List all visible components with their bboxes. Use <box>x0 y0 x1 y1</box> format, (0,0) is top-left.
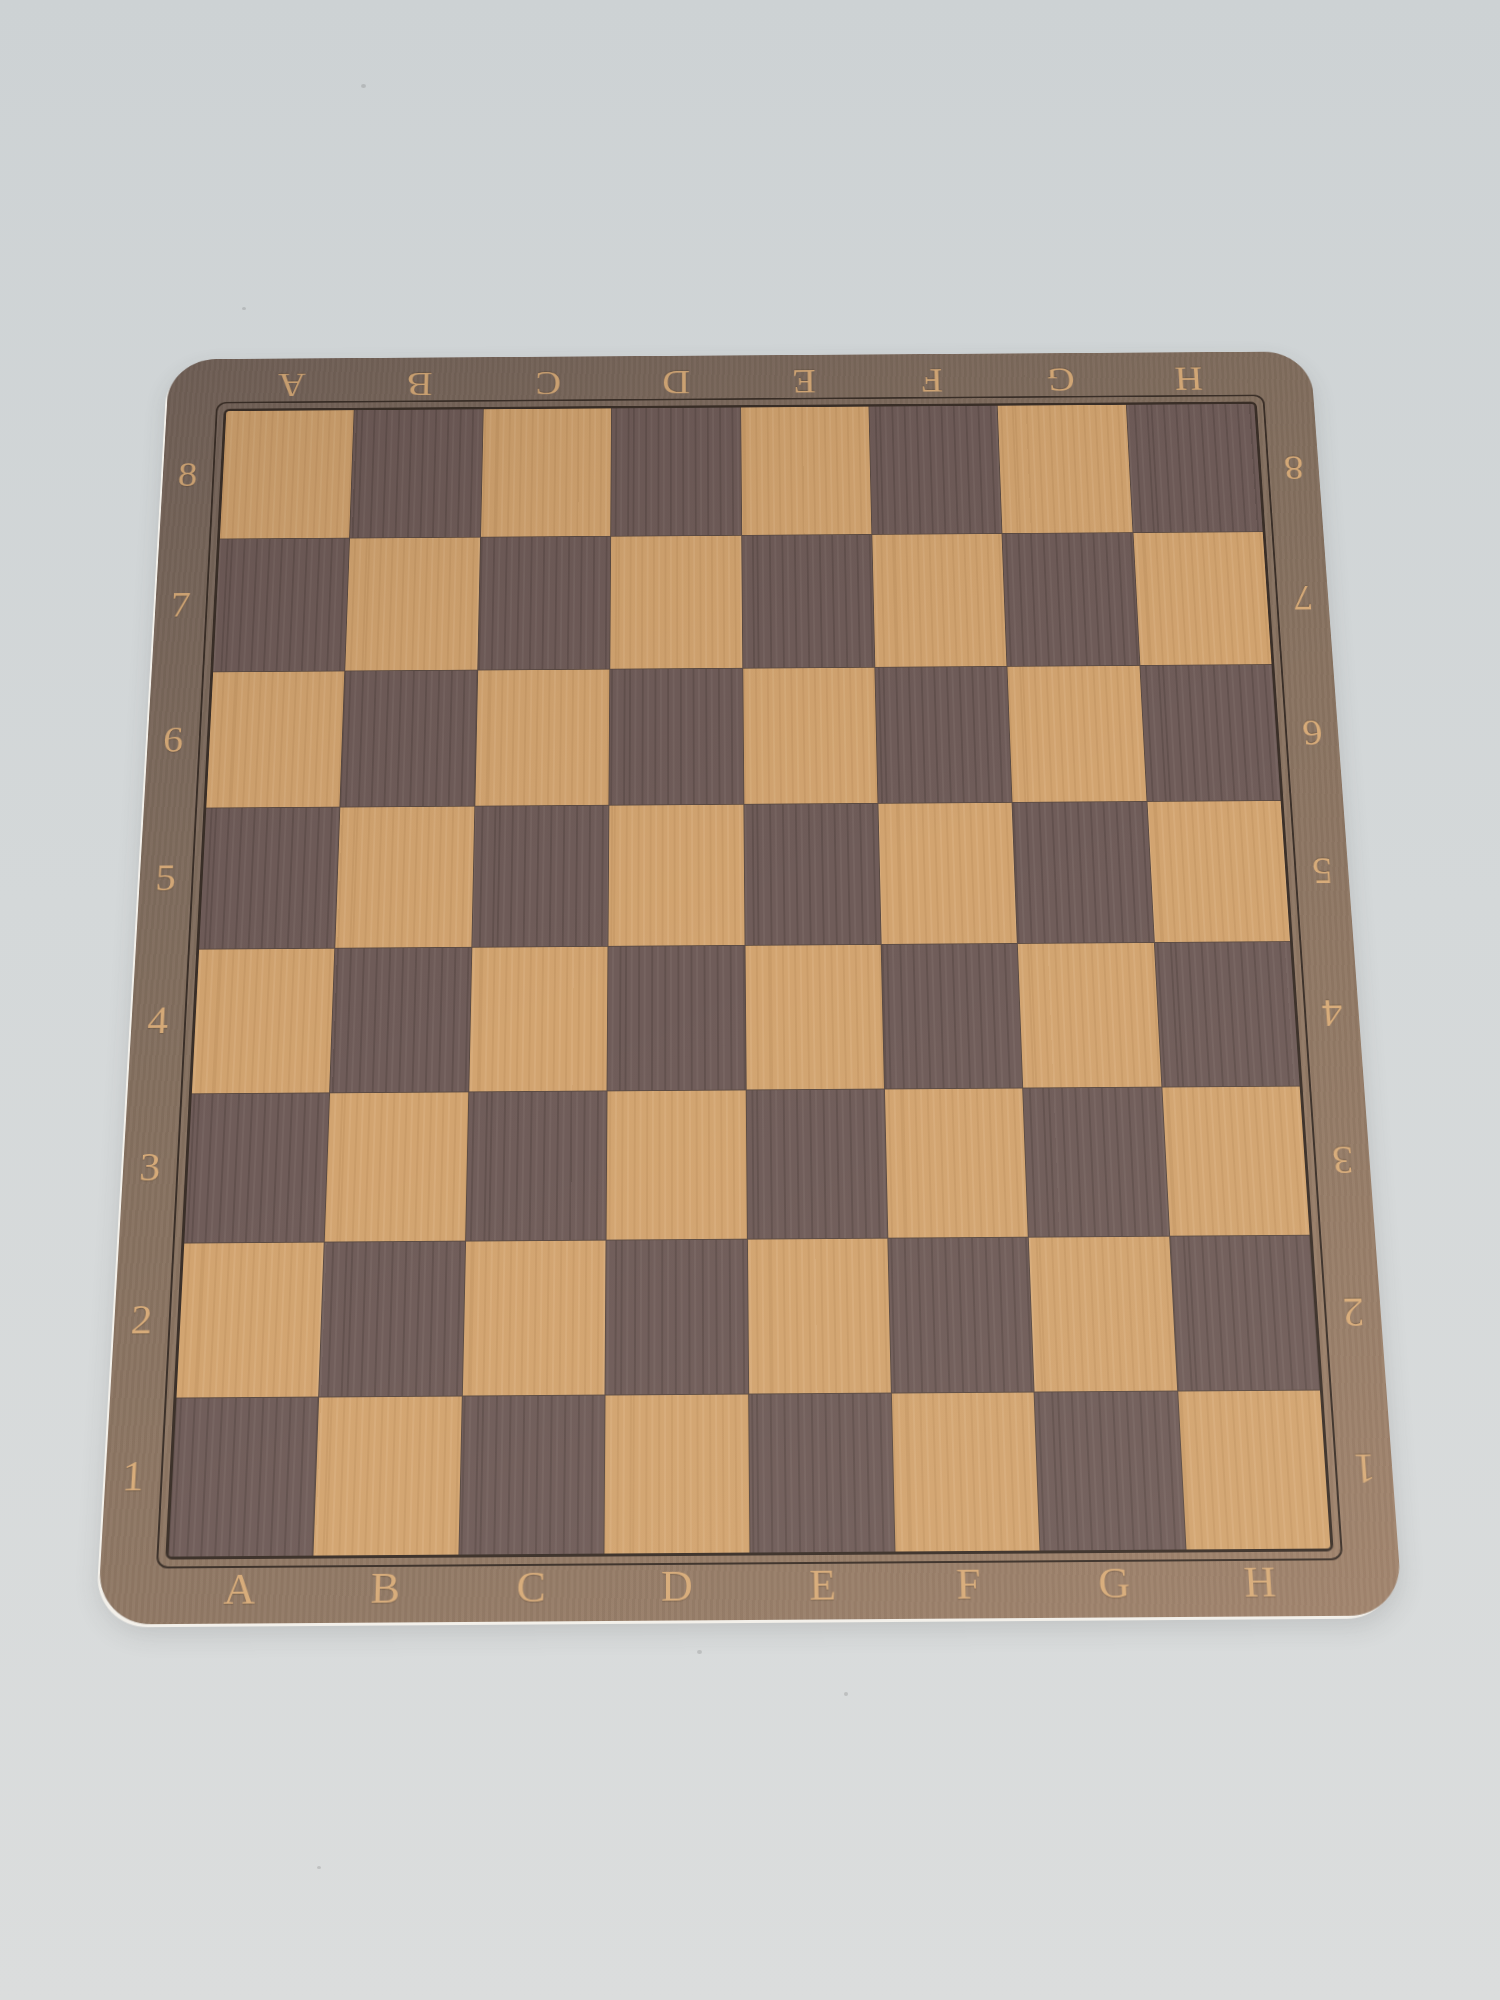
square-d8[interactable] <box>611 407 741 536</box>
square-a5[interactable] <box>199 808 340 949</box>
square-e6[interactable] <box>743 667 878 803</box>
square-d4[interactable] <box>608 945 746 1090</box>
square-g4[interactable] <box>1018 943 1161 1088</box>
square-g7[interactable] <box>1003 533 1139 665</box>
square-e2[interactable] <box>747 1239 890 1393</box>
square-f8[interactable] <box>869 406 1001 535</box>
rank-label-5-left: 5 <box>139 859 193 897</box>
square-a7[interactable] <box>213 539 349 672</box>
square-h7[interactable] <box>1133 532 1271 664</box>
file-labels-bottom: A B C D E F G H <box>165 1560 1335 1624</box>
file-label-d-top: D <box>612 355 740 399</box>
desk-surface: A B C D E F G H 8 7 6 5 4 3 2 1 8 <box>0 0 1500 2000</box>
rank-label-1-right: 1 <box>1336 1447 1394 1490</box>
file-label-a-bottom: A <box>165 1567 313 1624</box>
square-h4[interactable] <box>1154 942 1299 1087</box>
square-d2[interactable] <box>606 1240 748 1394</box>
square-c5[interactable] <box>472 806 608 947</box>
square-f3[interactable] <box>885 1088 1028 1238</box>
file-label-f-bottom: F <box>895 1562 1043 1619</box>
square-d7[interactable] <box>610 536 741 668</box>
square-d5[interactable] <box>609 805 745 946</box>
square-b7[interactable] <box>346 538 480 671</box>
file-label-h-top: H <box>1123 352 1254 396</box>
square-c1[interactable] <box>459 1395 604 1554</box>
square-a8[interactable] <box>220 410 354 539</box>
square-a2[interactable] <box>176 1243 324 1397</box>
square-a4[interactable] <box>192 948 335 1093</box>
rank-label-3-right: 3 <box>1315 1140 1371 1180</box>
square-f5[interactable] <box>878 803 1017 944</box>
square-c3[interactable] <box>466 1091 607 1241</box>
square-h3[interactable] <box>1162 1086 1310 1236</box>
square-e3[interactable] <box>746 1089 887 1239</box>
chess-board: A B C D E F G H 8 7 6 5 4 3 2 1 8 <box>97 351 1403 1624</box>
square-d6[interactable] <box>609 668 742 804</box>
file-label-c-top: C <box>483 356 612 400</box>
square-f6[interactable] <box>875 667 1012 803</box>
square-h5[interactable] <box>1147 801 1290 942</box>
square-c4[interactable] <box>469 946 608 1091</box>
rank-label-2-left: 2 <box>113 1299 170 1341</box>
square-c2[interactable] <box>463 1241 606 1395</box>
square-h6[interactable] <box>1140 665 1281 801</box>
square-e1[interactable] <box>749 1393 895 1552</box>
square-e7[interactable] <box>742 535 875 667</box>
rank-label-6-right: 6 <box>1286 713 1340 750</box>
photo-scene: A B C D E F G H 8 7 6 5 4 3 2 1 8 <box>0 0 1500 2000</box>
rank-label-4-left: 4 <box>131 1001 186 1040</box>
square-g8[interactable] <box>998 405 1132 534</box>
square-g6[interactable] <box>1008 666 1147 802</box>
rank-label-7-right: 7 <box>1277 580 1330 616</box>
square-a1[interactable] <box>168 1397 318 1556</box>
square-e5[interactable] <box>744 804 881 945</box>
file-label-g-top: G <box>995 353 1125 397</box>
rank-label-5-right: 5 <box>1295 851 1349 889</box>
rank-label-8-right: 8 <box>1268 450 1320 485</box>
square-b6[interactable] <box>341 670 477 806</box>
square-a6[interactable] <box>206 671 344 808</box>
square-b4[interactable] <box>330 947 471 1092</box>
square-f2[interactable] <box>888 1238 1034 1392</box>
rank-label-7-left: 7 <box>154 588 206 624</box>
file-label-h-bottom: H <box>1186 1560 1335 1617</box>
square-e4[interactable] <box>745 944 884 1089</box>
square-g1[interactable] <box>1035 1391 1185 1550</box>
square-c6[interactable] <box>475 669 609 805</box>
rank-label-3-left: 3 <box>122 1148 178 1188</box>
square-c8[interactable] <box>481 408 611 537</box>
square-b1[interactable] <box>314 1396 462 1555</box>
file-label-b-bottom: B <box>311 1566 458 1623</box>
square-d1[interactable] <box>605 1394 749 1553</box>
file-label-a-top: A <box>227 358 357 402</box>
file-label-g-bottom: G <box>1040 1561 1188 1618</box>
rank-label-4-right: 4 <box>1305 993 1360 1032</box>
square-b5[interactable] <box>336 807 475 948</box>
square-c7[interactable] <box>478 537 610 669</box>
file-label-d-bottom: D <box>604 1564 750 1621</box>
board-grid <box>168 404 1330 1557</box>
square-h1[interactable] <box>1178 1390 1331 1549</box>
square-e8[interactable] <box>741 407 872 536</box>
square-b2[interactable] <box>320 1242 465 1396</box>
square-f4[interactable] <box>882 943 1023 1088</box>
inner-border-outer-line <box>156 395 1343 1569</box>
square-h2[interactable] <box>1170 1236 1320 1390</box>
square-b8[interactable] <box>350 409 482 538</box>
rank-label-1-left: 1 <box>104 1455 161 1498</box>
rank-label-6-left: 6 <box>147 721 200 758</box>
file-label-c-bottom: C <box>458 1565 605 1622</box>
square-d3[interactable] <box>607 1090 747 1240</box>
square-g5[interactable] <box>1013 802 1154 943</box>
square-g3[interactable] <box>1023 1087 1168 1237</box>
square-f7[interactable] <box>872 534 1006 666</box>
file-label-f-top: F <box>868 354 997 398</box>
file-label-e-top: E <box>740 354 869 398</box>
square-b3[interactable] <box>325 1092 468 1242</box>
square-f1[interactable] <box>892 1392 1040 1551</box>
square-h8[interactable] <box>1126 404 1262 533</box>
rank-label-2-right: 2 <box>1325 1291 1382 1333</box>
square-g2[interactable] <box>1029 1237 1177 1391</box>
file-labels-top: A B C D E F G H <box>227 352 1254 402</box>
rank-label-8-left: 8 <box>162 458 213 493</box>
file-label-e-bottom: E <box>750 1563 897 1620</box>
file-label-b-top: B <box>355 357 484 401</box>
square-a3[interactable] <box>184 1093 329 1243</box>
inner-border-inner-line <box>165 402 1333 1560</box>
